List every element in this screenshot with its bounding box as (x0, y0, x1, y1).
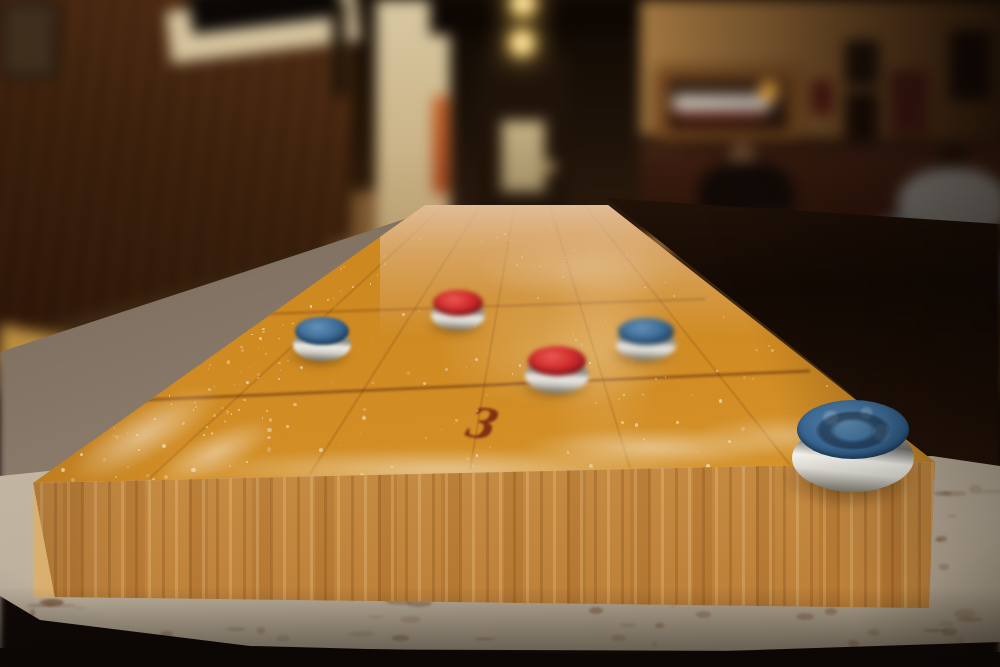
puck-red-2 (431, 290, 485, 330)
puck-blue-4 (616, 318, 676, 360)
puck-blue-5 (792, 400, 914, 492)
puck-red-3 (525, 346, 589, 393)
shuffleboard-photo: 3 (0, 0, 1000, 667)
puck-blue-1 (293, 317, 351, 361)
puck-cap (295, 317, 348, 345)
puck-cap (618, 318, 673, 345)
pucks-layer (0, 0, 1000, 667)
puck-cap-groove (816, 411, 889, 450)
puck-cap (433, 290, 483, 316)
puck-cap (528, 346, 587, 376)
